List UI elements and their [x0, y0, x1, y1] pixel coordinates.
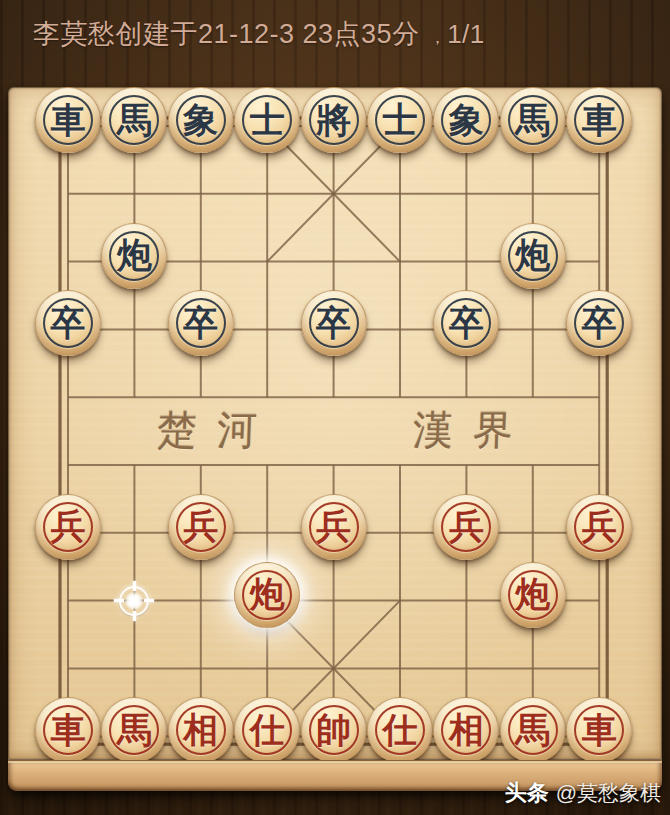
- piece-black-soldier[interactable]: 卒: [168, 290, 234, 356]
- piece-black-advisor[interactable]: 士: [367, 87, 433, 153]
- crosshair-tick: [144, 599, 154, 602]
- piece-character: 象: [434, 88, 498, 152]
- piece-black-soldier[interactable]: 卒: [566, 290, 632, 356]
- piece-red-advisor[interactable]: 仕: [367, 697, 433, 763]
- piece-character: 卒: [302, 291, 366, 355]
- piece-character: 炮: [501, 563, 565, 627]
- piece-red-horse[interactable]: 馬: [500, 697, 566, 763]
- piece-character: 馬: [501, 698, 565, 762]
- watermark-handle: @莫愁象棋: [556, 779, 661, 807]
- river-text-left: 楚河: [156, 404, 278, 456]
- piece-character: 相: [434, 698, 498, 762]
- piece-black-cannon[interactable]: 炮: [101, 223, 167, 289]
- piece-black-general[interactable]: 將: [301, 87, 367, 153]
- piece-character: 炮: [235, 563, 299, 627]
- piece-character: 兵: [36, 495, 100, 559]
- piece-character: 卒: [567, 291, 631, 355]
- piece-red-soldier[interactable]: 兵: [35, 494, 101, 560]
- piece-red-soldier[interactable]: 兵: [301, 494, 367, 560]
- piece-red-cannon[interactable]: 炮: [500, 562, 566, 628]
- piece-character: 兵: [169, 495, 233, 559]
- move-origin-crosshair: [111, 578, 157, 624]
- piece-black-horse[interactable]: 馬: [500, 87, 566, 153]
- piece-character: 士: [235, 88, 299, 152]
- piece-character: 相: [169, 698, 233, 762]
- piece-red-general[interactable]: 帥: [301, 697, 367, 763]
- piece-character: 車: [36, 88, 100, 152]
- piece-red-cannon[interactable]: 炮: [234, 562, 300, 628]
- piece-character: 象: [169, 88, 233, 152]
- page-indicator: 1/1: [447, 19, 485, 49]
- piece-black-cannon[interactable]: 炮: [500, 223, 566, 289]
- piece-red-advisor[interactable]: 仕: [234, 697, 300, 763]
- piece-black-soldier[interactable]: 卒: [301, 290, 367, 356]
- crosshair-tick: [133, 581, 136, 591]
- piece-character: 兵: [567, 495, 631, 559]
- piece-character: 馬: [102, 88, 166, 152]
- piece-black-advisor[interactable]: 士: [234, 87, 300, 153]
- crosshair-tick: [114, 599, 124, 602]
- piece-character: 卒: [169, 291, 233, 355]
- piece-red-soldier[interactable]: 兵: [566, 494, 632, 560]
- piece-character: 帥: [302, 698, 366, 762]
- piece-character: 兵: [302, 495, 366, 559]
- piece-black-chariot[interactable]: 車: [35, 87, 101, 153]
- piece-character: 炮: [102, 224, 166, 288]
- game-info-bar: 李莫愁创建于21-12-3 23点35分，1/1: [33, 16, 485, 52]
- piece-red-chariot[interactable]: 車: [566, 697, 632, 763]
- piece-character: 馬: [501, 88, 565, 152]
- piece-black-soldier[interactable]: 卒: [35, 290, 101, 356]
- river-text-right: 漢界: [412, 404, 534, 456]
- piece-character: 卒: [434, 291, 498, 355]
- header-separator: ，: [429, 28, 447, 47]
- piece-character: 車: [567, 698, 631, 762]
- crosshair-glow-core: [124, 591, 144, 611]
- piece-character: 仕: [368, 698, 432, 762]
- piece-red-chariot[interactable]: 車: [35, 697, 101, 763]
- piece-character: 仕: [235, 698, 299, 762]
- crosshair-tick: [133, 611, 136, 621]
- piece-character: 車: [567, 88, 631, 152]
- piece-character: 車: [36, 698, 100, 762]
- piece-red-horse[interactable]: 馬: [101, 697, 167, 763]
- piece-character: 炮: [501, 224, 565, 288]
- board-grid: [9, 88, 663, 761]
- watermark: 头条 @莫愁象棋: [505, 778, 661, 808]
- board-surface[interactable]: 楚河 漢界 車馬象士將士象馬車炮炮卒卒卒卒卒兵兵兵兵兵炮炮車馬相仕帥仕相馬車: [8, 87, 662, 760]
- piece-red-elephant[interactable]: 相: [433, 697, 499, 763]
- piece-character: 將: [302, 88, 366, 152]
- piece-black-soldier[interactable]: 卒: [433, 290, 499, 356]
- piece-black-horse[interactable]: 馬: [101, 87, 167, 153]
- piece-character: 卒: [36, 291, 100, 355]
- game-title: 李莫愁创建于21-12-3 23点35分: [33, 19, 420, 49]
- piece-red-soldier[interactable]: 兵: [433, 494, 499, 560]
- xiangqi-board[interactable]: 楚河 漢界 車馬象士將士象馬車炮炮卒卒卒卒卒兵兵兵兵兵炮炮車馬相仕帥仕相馬車: [8, 87, 662, 791]
- piece-black-chariot[interactable]: 車: [566, 87, 632, 153]
- watermark-brand: 头条: [505, 778, 549, 808]
- piece-character: 兵: [434, 495, 498, 559]
- piece-red-soldier[interactable]: 兵: [168, 494, 234, 560]
- piece-character: 士: [368, 88, 432, 152]
- piece-black-elephant[interactable]: 象: [433, 87, 499, 153]
- piece-black-elephant[interactable]: 象: [168, 87, 234, 153]
- piece-red-elephant[interactable]: 相: [168, 697, 234, 763]
- piece-character: 馬: [102, 698, 166, 762]
